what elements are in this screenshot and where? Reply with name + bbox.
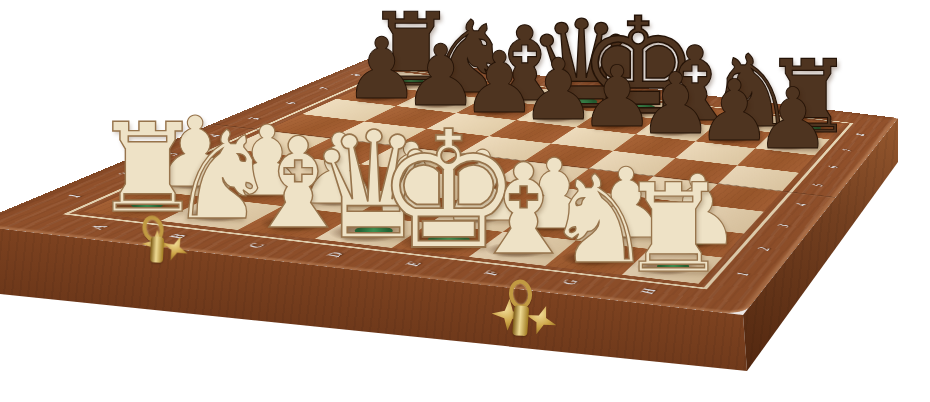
pieces-layer: ♜♞♝♛♚♝♞♜♟♟♟♟♟♟♟♟♟♟♟♟♟♟♟♟♜♞♝♛♚♝♞♜ [0,0,930,402]
black-pawn-glyph: ♟ [755,76,831,160]
chess-set-photo: ABCDEFGH 12345678 12345678 ♜♞♝♛♚♝♞♜♟♟♟♟♟… [0,0,930,402]
white-rook-glyph: ♜ [618,168,728,291]
